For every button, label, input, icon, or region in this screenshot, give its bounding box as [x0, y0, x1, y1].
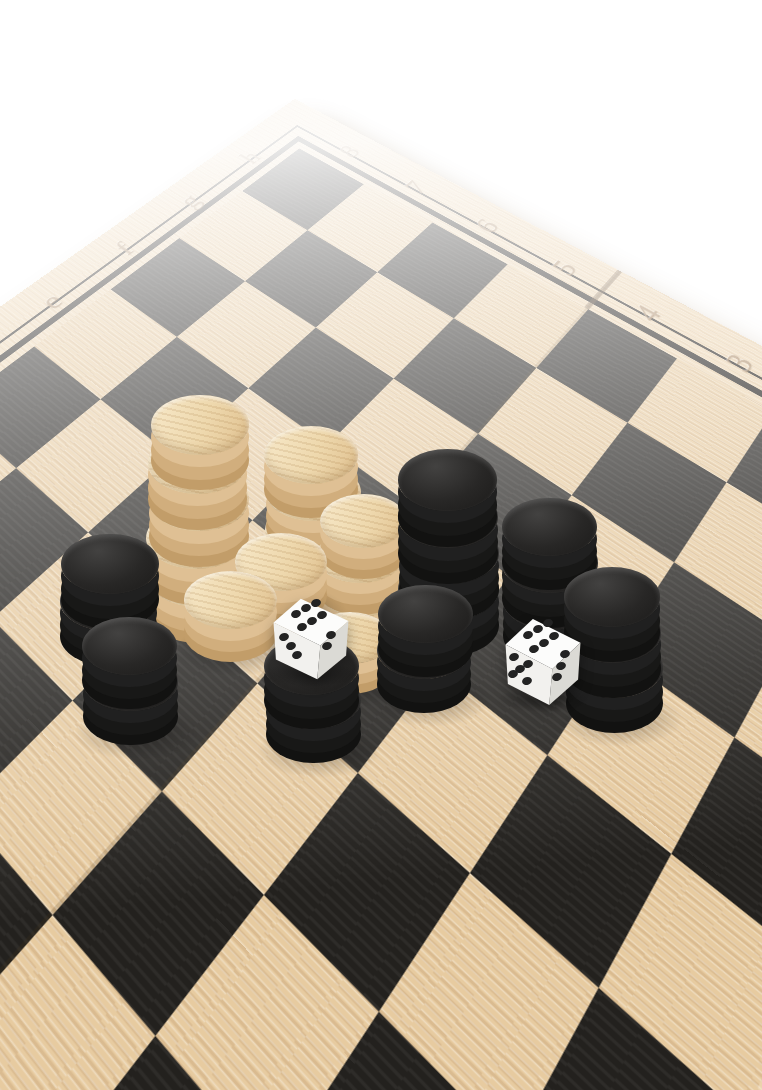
board-game-photo: aa11bb22cc33dd44ee55ff66gg77hh88 [0, 0, 762, 1090]
checker-dark [61, 534, 159, 595]
die-top-6 [272, 598, 350, 680]
cast-shadow [72, 705, 200, 761]
checker-light [264, 426, 358, 484]
checker-dark [502, 498, 597, 557]
pieces-layer [0, 0, 762, 1090]
checker-dark [398, 449, 497, 510]
checker-light [151, 395, 249, 456]
checker-dark [82, 617, 177, 676]
checker-light [320, 494, 407, 548]
die-top-6 [504, 618, 582, 706]
cast-shadow [367, 672, 494, 727]
cast-shadow [255, 723, 383, 779]
checker-light [184, 571, 277, 629]
checker-dark [378, 585, 473, 644]
die-pip [310, 598, 322, 609]
